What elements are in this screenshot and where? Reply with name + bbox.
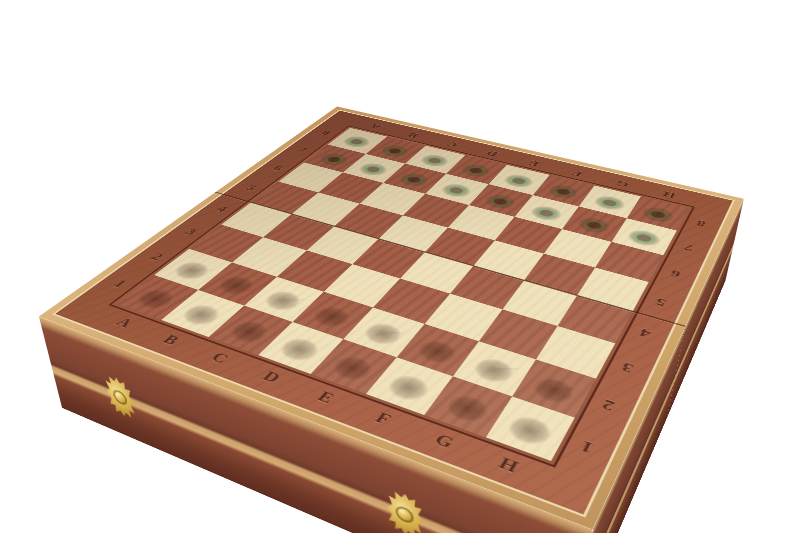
- file-label: A: [87, 304, 161, 344]
- photo-scene: ABCDEFGH ABCDEFGH 87654321 87654321 ♜♞♝♛…: [0, 0, 800, 533]
- rank-label: 4: [615, 311, 674, 356]
- rank-label: 5: [633, 282, 689, 323]
- rank-label: 6: [649, 255, 702, 293]
- rank-label: 3: [596, 343, 659, 393]
- piece-glyph: ♜: [488, 326, 573, 434]
- brass-clasp-icon: [102, 372, 137, 422]
- chess-board: ABCDEFGH ABCDEFGH 87654321 87654321 ♜♞♝♛…: [39, 106, 744, 529]
- square-g5[interactable]: [524, 254, 595, 296]
- square-h5[interactable]: [577, 268, 649, 312]
- brass-clasp-icon: [387, 487, 424, 533]
